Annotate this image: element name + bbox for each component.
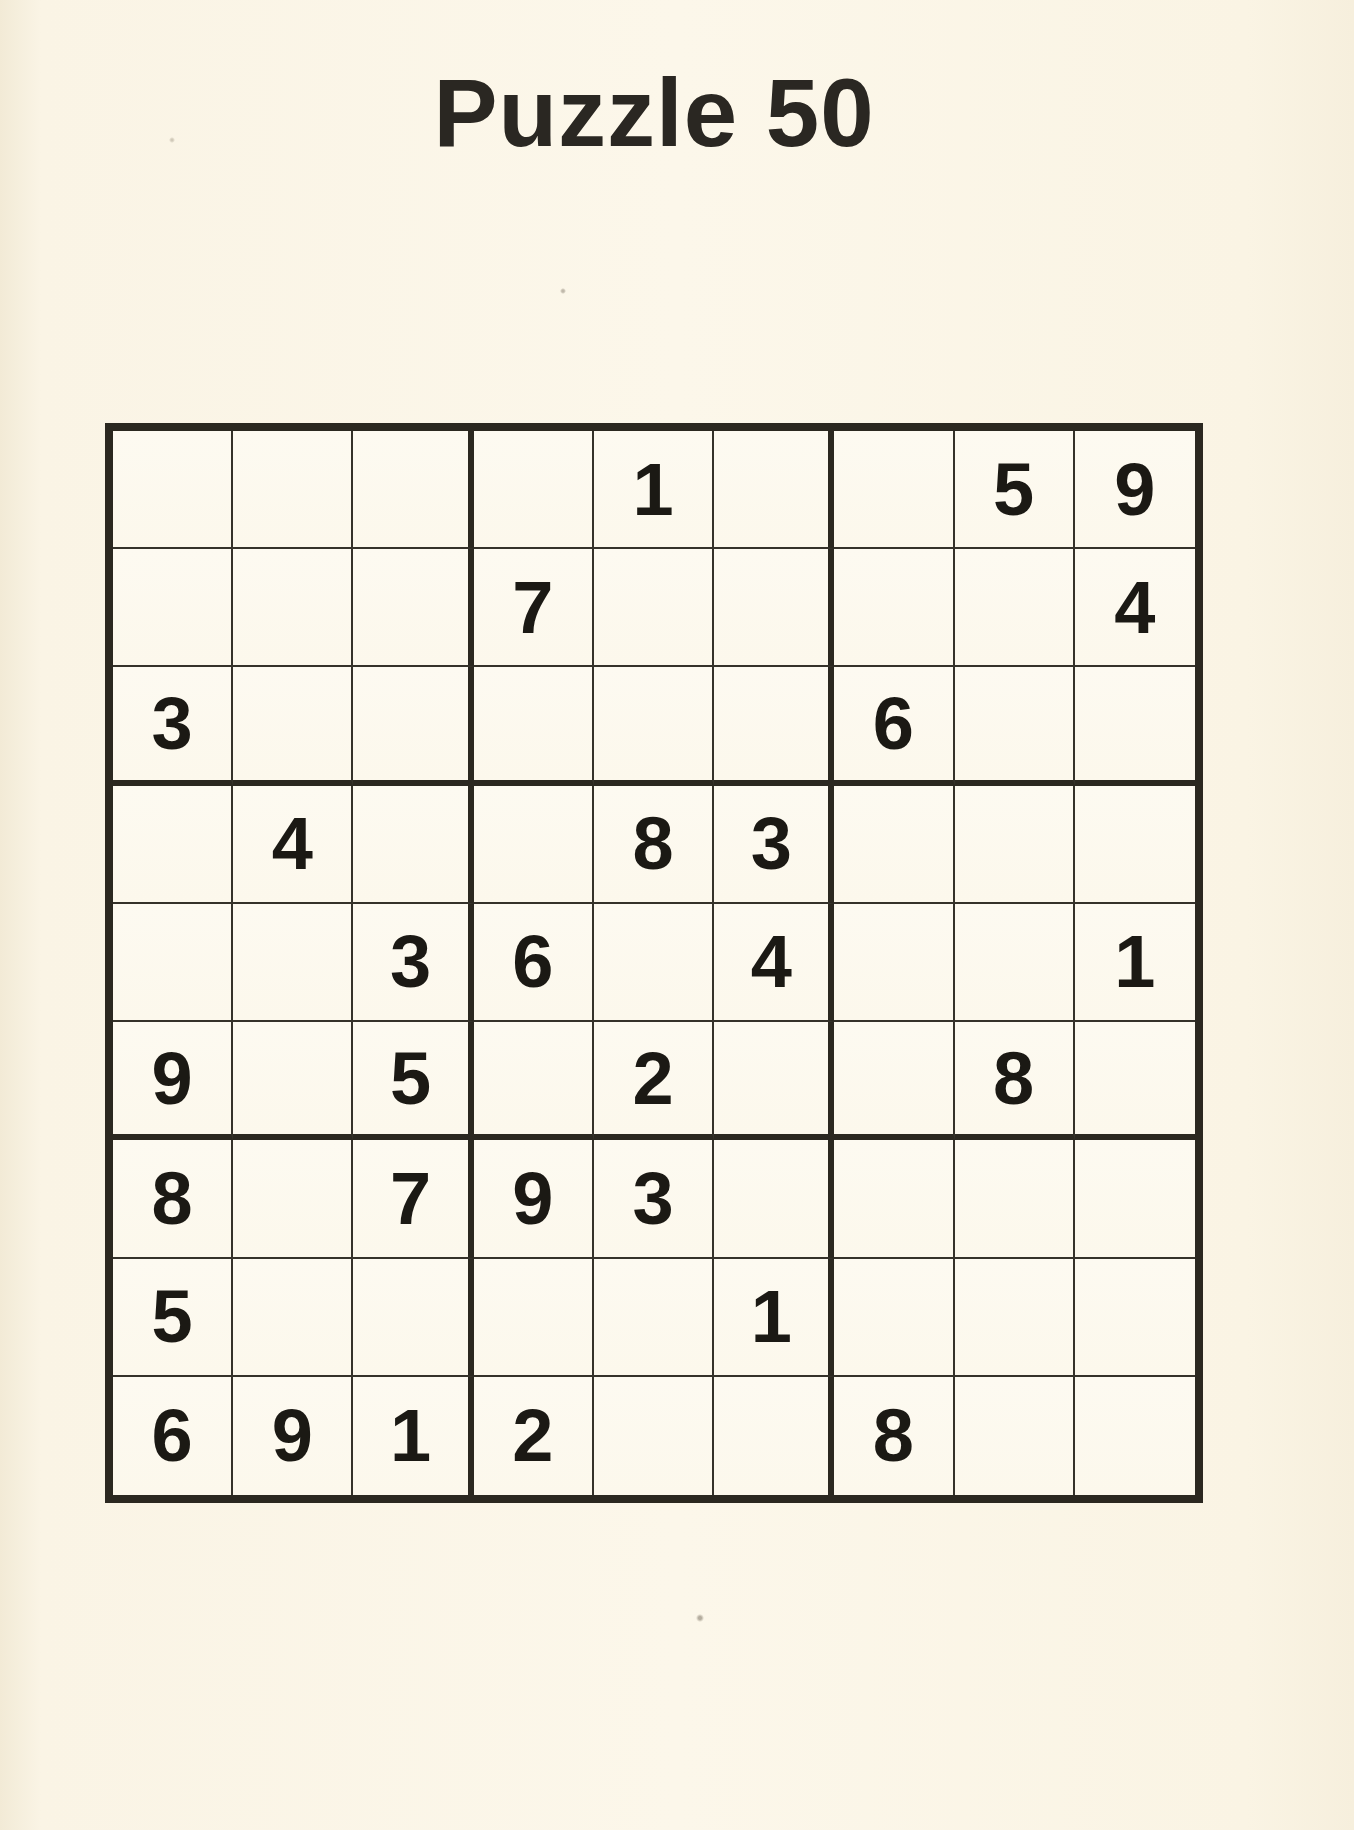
cell-r6c6 [714, 1022, 834, 1140]
cell-r2c8 [955, 549, 1075, 667]
cell-r5c2 [233, 904, 353, 1022]
cell-r7c9 [1075, 1140, 1195, 1258]
cell-r8c6: 1 [714, 1259, 834, 1377]
cell-r3c6 [714, 667, 834, 785]
cell-r1c9: 9 [1075, 431, 1195, 549]
cell-r7c2 [233, 1140, 353, 1258]
cell-r9c2: 9 [233, 1377, 353, 1495]
cell-r3c4 [474, 667, 594, 785]
cell-r8c4 [474, 1259, 594, 1377]
cell-r7c3: 7 [353, 1140, 473, 1258]
cell-r1c8: 5 [955, 431, 1075, 549]
cell-r4c6: 3 [714, 786, 834, 904]
cell-r5c4: 6 [474, 904, 594, 1022]
puzzle-title: Puzzle 50 [105, 58, 1203, 168]
cell-r9c4: 2 [474, 1377, 594, 1495]
cell-r1c6 [714, 431, 834, 549]
cell-r6c4 [474, 1022, 594, 1140]
cell-r5c9: 1 [1075, 904, 1195, 1022]
cell-r1c4 [474, 431, 594, 549]
cell-r2c4: 7 [474, 549, 594, 667]
cell-r2c5 [594, 549, 714, 667]
cell-r5c5 [594, 904, 714, 1022]
cell-r6c9 [1075, 1022, 1195, 1140]
cell-r4c9 [1075, 786, 1195, 904]
cell-r2c3 [353, 549, 473, 667]
cell-r3c1: 3 [113, 667, 233, 785]
cell-r5c8 [955, 904, 1075, 1022]
cell-r9c5 [594, 1377, 714, 1495]
cell-r7c8 [955, 1140, 1075, 1258]
cell-r2c6 [714, 549, 834, 667]
cell-r6c3: 5 [353, 1022, 473, 1140]
cell-r7c6 [714, 1140, 834, 1258]
cell-r9c6 [714, 1377, 834, 1495]
cell-r5c6: 4 [714, 904, 834, 1022]
cell-r4c4 [474, 786, 594, 904]
cell-r9c8 [955, 1377, 1075, 1495]
cell-r6c8: 8 [955, 1022, 1075, 1140]
cell-r3c3 [353, 667, 473, 785]
cell-r3c8 [955, 667, 1075, 785]
cell-r9c1: 6 [113, 1377, 233, 1495]
cell-r8c8 [955, 1259, 1075, 1377]
cell-r1c2 [233, 431, 353, 549]
cell-r9c9 [1075, 1377, 1195, 1495]
sudoku-board: 15974364833641952887935169128 [105, 423, 1203, 1503]
cell-r1c1 [113, 431, 233, 549]
cell-r8c1: 5 [113, 1259, 233, 1377]
cell-r1c5: 1 [594, 431, 714, 549]
cell-r6c5: 2 [594, 1022, 714, 1140]
cell-r5c7 [834, 904, 954, 1022]
cell-r2c2 [233, 549, 353, 667]
cell-r7c4: 9 [474, 1140, 594, 1258]
cell-r3c5 [594, 667, 714, 785]
cell-r8c7 [834, 1259, 954, 1377]
cell-r7c7 [834, 1140, 954, 1258]
cell-r2c7 [834, 549, 954, 667]
cell-r5c3: 3 [353, 904, 473, 1022]
cell-r4c1 [113, 786, 233, 904]
cell-r3c7: 6 [834, 667, 954, 785]
cell-r5c1 [113, 904, 233, 1022]
cell-r7c1: 8 [113, 1140, 233, 1258]
cell-r1c3 [353, 431, 473, 549]
cell-r6c1: 9 [113, 1022, 233, 1140]
cell-r7c5: 3 [594, 1140, 714, 1258]
cell-r4c7 [834, 786, 954, 904]
cell-r4c8 [955, 786, 1075, 904]
cell-r3c2 [233, 667, 353, 785]
cell-r8c5 [594, 1259, 714, 1377]
cell-r8c9 [1075, 1259, 1195, 1377]
cell-r3c9 [1075, 667, 1195, 785]
cell-r6c7 [834, 1022, 954, 1140]
cell-r8c3 [353, 1259, 473, 1377]
cell-r6c2 [233, 1022, 353, 1140]
cell-r2c9: 4 [1075, 549, 1195, 667]
cell-r4c3 [353, 786, 473, 904]
cell-r4c2: 4 [233, 786, 353, 904]
cell-r1c7 [834, 431, 954, 549]
cell-r4c5: 8 [594, 786, 714, 904]
cell-r8c2 [233, 1259, 353, 1377]
cell-r9c3: 1 [353, 1377, 473, 1495]
cell-r2c1 [113, 549, 233, 667]
cell-r9c7: 8 [834, 1377, 954, 1495]
